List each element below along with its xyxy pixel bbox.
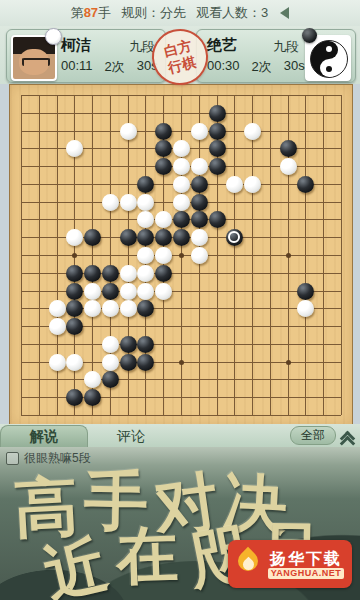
grid-line-v [234, 95, 235, 415]
black-stone [209, 123, 226, 140]
white-stone [84, 283, 101, 300]
star-point [286, 360, 291, 365]
byoyomi-length: 30s [284, 58, 305, 76]
black-stone [137, 176, 154, 193]
black-stone [280, 140, 297, 157]
player-name: 绝艺 [207, 36, 237, 55]
black-stone [155, 158, 172, 175]
byoyomi-periods: 2次 [105, 58, 125, 76]
white-stone [66, 140, 83, 157]
white-stone [49, 354, 66, 371]
white-stone [173, 176, 190, 193]
player-rank: 九段 [273, 38, 299, 56]
white-stone [102, 354, 119, 371]
black-stone [84, 389, 101, 406]
white-stone [66, 229, 83, 246]
black-stone [66, 300, 83, 317]
white-stone [191, 247, 208, 264]
player-clock: 00:11 2次 30s [61, 58, 158, 76]
black-stone [173, 229, 190, 246]
avatar-glasses [22, 58, 50, 66]
all-filter-button[interactable]: 全部 [290, 426, 336, 445]
bottom-tab-bar: 解说 评论 全部 [0, 424, 360, 447]
white-stone [137, 247, 154, 264]
user-badge-icon [6, 452, 19, 465]
white-stone [120, 265, 137, 282]
black-stone [120, 336, 137, 353]
collapse-arrow-icon[interactable] [280, 7, 289, 19]
white-stone [155, 247, 172, 264]
white-stone [120, 283, 137, 300]
white-stone [191, 229, 208, 246]
white-stone [137, 194, 154, 211]
white-stone [173, 140, 190, 157]
promo-banner[interactable]: 很眼熟嘛5段 高手对决 近在咫尺 扬华下载 YANGHUA.NET [0, 447, 360, 600]
main-time: 00:11 [61, 58, 93, 76]
player-card-white: 柯洁 九段 00:11 2次 30s [6, 29, 166, 83]
grid-line-v [305, 95, 306, 415]
tab-comments[interactable]: 评论 [88, 426, 174, 447]
black-stone [137, 354, 154, 371]
white-stone [226, 176, 243, 193]
yanghua-logo[interactable]: 扬华下载 YANGHUA.NET [228, 540, 352, 588]
black-stone [191, 194, 208, 211]
grid-line-v [270, 95, 271, 415]
grid-line-v [341, 95, 342, 415]
black-stone [66, 389, 83, 406]
collapse-panel-icon[interactable] [342, 433, 352, 443]
black-stone [155, 229, 172, 246]
game-status-bar: 第87手 规则：分先 观看人数：3 [0, 0, 360, 26]
black-stone-badge [302, 28, 317, 43]
black-stone [102, 265, 119, 282]
white-stone [102, 336, 119, 353]
white-stone [49, 300, 66, 317]
logo-text-en: YANGHUA.NET [268, 568, 345, 579]
white-stone [84, 300, 101, 317]
black-stone [155, 140, 172, 157]
white-stone [137, 265, 154, 282]
go-board[interactable] [9, 84, 353, 426]
player-clock: 00:30 2次 30s [207, 58, 305, 76]
white-stone [120, 300, 137, 317]
white-stone [155, 211, 172, 228]
white-stone [66, 354, 83, 371]
black-stone [137, 300, 154, 317]
last-move-marker [228, 231, 240, 243]
black-stone [102, 283, 119, 300]
black-stone [102, 371, 119, 388]
black-stone [66, 265, 83, 282]
black-stone [209, 140, 226, 157]
white-stone [297, 300, 314, 317]
white-stone [84, 371, 101, 388]
white-stone [173, 194, 190, 211]
black-stone [191, 211, 208, 228]
black-stone [66, 318, 83, 335]
star-point [179, 253, 184, 258]
white-stone [191, 123, 208, 140]
white-stone [244, 176, 261, 193]
black-stone [66, 283, 83, 300]
white-stone [120, 123, 137, 140]
white-stone [137, 211, 154, 228]
grid-line-h [21, 415, 341, 416]
white-stone [191, 158, 208, 175]
black-stone [155, 123, 172, 140]
flame-icon [235, 549, 261, 579]
white-stone [244, 123, 261, 140]
star-point [179, 360, 184, 365]
white-stone [49, 318, 66, 335]
viewers-label: 观看人数：3 [196, 4, 268, 22]
player-card-black: 绝艺 九段 00:30 2次 30s [196, 29, 356, 83]
board-section [0, 84, 360, 424]
black-stone [137, 336, 154, 353]
black-stone [173, 211, 190, 228]
black-stone [155, 265, 172, 282]
black-stone [297, 283, 314, 300]
black-stone [120, 354, 137, 371]
white-stone [102, 300, 119, 317]
move-number: 87 [84, 5, 98, 20]
white-stone [120, 194, 137, 211]
grid-line-v [252, 95, 253, 415]
black-stone [120, 229, 137, 246]
black-stone [209, 158, 226, 175]
black-stone [209, 211, 226, 228]
white-stone [280, 158, 297, 175]
black-stone [191, 176, 208, 193]
main-time: 00:30 [207, 58, 240, 76]
player-name: 柯洁 [61, 36, 91, 55]
white-stone-badge [45, 28, 62, 45]
black-stone [84, 265, 101, 282]
white-stone [137, 283, 154, 300]
grid-line-h [21, 344, 341, 345]
logo-text-cn: 扬华下载 [270, 550, 342, 568]
black-stone [209, 105, 226, 122]
white-stone [173, 158, 190, 175]
star-point [286, 253, 291, 258]
star-point [72, 253, 77, 258]
rule-label: 规则：分先 [121, 4, 186, 22]
black-stone [297, 176, 314, 193]
move-counter: 第87手 [71, 4, 111, 22]
grid-line-h [21, 379, 341, 380]
white-stone [155, 283, 172, 300]
black-stone [137, 229, 154, 246]
byoyomi-periods: 2次 [252, 58, 272, 76]
white-stone [102, 194, 119, 211]
black-stone [84, 229, 101, 246]
grid-line-v [323, 95, 324, 415]
tab-commentary[interactable]: 解说 [0, 425, 88, 447]
yinyang-icon [310, 40, 348, 78]
